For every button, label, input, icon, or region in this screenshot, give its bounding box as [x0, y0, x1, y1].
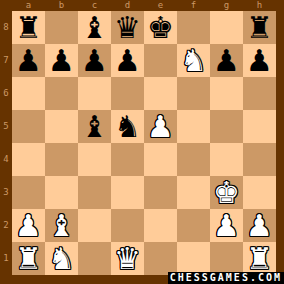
square-e5[interactable]: ♟ — [144, 110, 177, 143]
square-h3[interactable] — [243, 176, 276, 209]
square-b2[interactable]: ♝ — [45, 209, 78, 242]
black-bishop-c5: ♝ — [78, 110, 111, 143]
square-b3[interactable] — [45, 176, 78, 209]
square-c2[interactable] — [78, 209, 111, 242]
white-pawn-e5: ♟ — [144, 110, 177, 143]
square-h8[interactable]: ♜ — [243, 11, 276, 44]
square-e3[interactable] — [144, 176, 177, 209]
square-f4[interactable] — [177, 143, 210, 176]
black-pawn-a7: ♟ — [12, 44, 45, 77]
white-pawn-h2: ♟ — [243, 209, 276, 242]
square-a4[interactable] — [12, 143, 45, 176]
black-pawn-b7: ♟ — [45, 44, 78, 77]
white-pawn-g2: ♟ — [210, 209, 243, 242]
square-g1[interactable] — [210, 242, 243, 275]
square-f1[interactable] — [177, 242, 210, 275]
rank-label-1: 1 — [0, 242, 12, 275]
white-king-g3: ♚ — [210, 176, 243, 209]
square-g7[interactable]: ♟ — [210, 44, 243, 77]
square-e7[interactable] — [144, 44, 177, 77]
rank-label-2: 2 — [0, 209, 12, 242]
square-c6[interactable] — [78, 77, 111, 110]
rank-label-8: 8 — [0, 11, 12, 44]
square-e4[interactable] — [144, 143, 177, 176]
white-rook-h1: ♜ — [243, 242, 276, 275]
square-g3[interactable]: ♚ — [210, 176, 243, 209]
rank-label-6: 6 — [0, 77, 12, 110]
rank-label-7: 7 — [0, 44, 12, 77]
black-pawn-d7: ♟ — [111, 44, 144, 77]
square-b8[interactable] — [45, 11, 78, 44]
square-a8[interactable]: ♜ — [12, 11, 45, 44]
square-a5[interactable] — [12, 110, 45, 143]
board: ♜♝♛♚♜♟♟♟♟♞♟♟♝♞♟♚♟♝♟♟♜♞♛♜ — [12, 11, 276, 275]
square-h7[interactable]: ♟ — [243, 44, 276, 77]
chess-diagram: abcdefgh 87654321 ♜♝♛♚♜♟♟♟♟♞♟♟♝♞♟♚♟♝♟♟♜♞… — [0, 0, 284, 284]
square-c7[interactable]: ♟ — [78, 44, 111, 77]
square-e2[interactable] — [144, 209, 177, 242]
black-rook-h8: ♜ — [243, 11, 276, 44]
square-d5[interactable]: ♞ — [111, 110, 144, 143]
square-b6[interactable] — [45, 77, 78, 110]
file-label-b: b — [45, 0, 78, 11]
square-d8[interactable]: ♛ — [111, 11, 144, 44]
square-a3[interactable] — [12, 176, 45, 209]
white-pawn-a2: ♟ — [12, 209, 45, 242]
white-knight-b1: ♞ — [45, 242, 78, 275]
square-d2[interactable] — [111, 209, 144, 242]
rank-label-4: 4 — [0, 143, 12, 176]
square-b7[interactable]: ♟ — [45, 44, 78, 77]
square-c8[interactable]: ♝ — [78, 11, 111, 44]
file-label-g: g — [210, 0, 243, 11]
file-label-f: f — [177, 0, 210, 11]
square-h5[interactable] — [243, 110, 276, 143]
square-e1[interactable] — [144, 242, 177, 275]
square-d6[interactable] — [111, 77, 144, 110]
square-a1[interactable]: ♜ — [12, 242, 45, 275]
square-f8[interactable] — [177, 11, 210, 44]
square-c3[interactable] — [78, 176, 111, 209]
square-b4[interactable] — [45, 143, 78, 176]
square-h1[interactable]: ♜ — [243, 242, 276, 275]
square-g5[interactable] — [210, 110, 243, 143]
file-labels: abcdefgh — [12, 0, 276, 11]
square-f2[interactable] — [177, 209, 210, 242]
square-e8[interactable]: ♚ — [144, 11, 177, 44]
black-pawn-g7: ♟ — [210, 44, 243, 77]
black-queen-d8: ♛ — [111, 11, 144, 44]
black-knight-d5: ♞ — [111, 110, 144, 143]
square-f6[interactable] — [177, 77, 210, 110]
square-a6[interactable] — [12, 77, 45, 110]
square-a7[interactable]: ♟ — [12, 44, 45, 77]
square-f7[interactable]: ♞ — [177, 44, 210, 77]
square-d7[interactable]: ♟ — [111, 44, 144, 77]
square-c4[interactable] — [78, 143, 111, 176]
black-bishop-c8: ♝ — [78, 11, 111, 44]
square-g8[interactable] — [210, 11, 243, 44]
square-h2[interactable]: ♟ — [243, 209, 276, 242]
square-e6[interactable] — [144, 77, 177, 110]
square-d3[interactable] — [111, 176, 144, 209]
black-pawn-h7: ♟ — [243, 44, 276, 77]
square-d1[interactable]: ♛ — [111, 242, 144, 275]
square-c5[interactable]: ♝ — [78, 110, 111, 143]
square-g4[interactable] — [210, 143, 243, 176]
square-h4[interactable] — [243, 143, 276, 176]
black-king-e8: ♚ — [144, 11, 177, 44]
square-g2[interactable]: ♟ — [210, 209, 243, 242]
square-b1[interactable]: ♞ — [45, 242, 78, 275]
black-rook-a8: ♜ — [12, 11, 45, 44]
square-b5[interactable] — [45, 110, 78, 143]
black-pawn-c7: ♟ — [78, 44, 111, 77]
white-queen-d1: ♛ — [111, 242, 144, 275]
rank-label-5: 5 — [0, 110, 12, 143]
square-g6[interactable] — [210, 77, 243, 110]
rank-label-3: 3 — [0, 176, 12, 209]
chessgames-watermark: CHESSGAMES.COM — [168, 272, 284, 284]
square-h6[interactable] — [243, 77, 276, 110]
white-rook-a1: ♜ — [12, 242, 45, 275]
rank-labels: 87654321 — [0, 11, 12, 275]
square-c1[interactable] — [78, 242, 111, 275]
square-f3[interactable] — [177, 176, 210, 209]
square-a2[interactable]: ♟ — [12, 209, 45, 242]
white-knight-f7: ♞ — [177, 44, 210, 77]
square-f5[interactable] — [177, 110, 210, 143]
square-d4[interactable] — [111, 143, 144, 176]
white-bishop-b2: ♝ — [45, 209, 78, 242]
